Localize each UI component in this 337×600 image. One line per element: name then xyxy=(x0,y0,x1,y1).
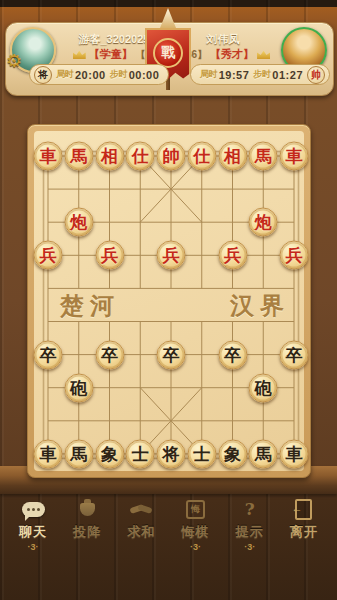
game-time-label: 局时 xyxy=(56,68,74,81)
right-step-time: 01:27 xyxy=(272,69,303,81)
piece-black-advisor[interactable]: 士 xyxy=(187,439,216,468)
chat-bubble-icon xyxy=(22,502,45,517)
piece-black-soldier[interactable]: 卒 xyxy=(280,340,309,369)
piece-black-cannon[interactable]: 砲 xyxy=(64,373,93,402)
black-general-seat-icon: 将 xyxy=(34,66,52,84)
piece-red-chariot[interactable]: 車 xyxy=(34,142,63,171)
piece-black-soldier[interactable]: 卒 xyxy=(218,340,247,369)
piece-red-elephant[interactable]: 相 xyxy=(218,142,247,171)
piece-black-soldier[interactable]: 卒 xyxy=(95,340,124,369)
piece-red-chariot[interactable]: 車 xyxy=(280,142,309,171)
piece-red-soldier[interactable]: 兵 xyxy=(34,241,63,270)
settings-gear-icon[interactable]: ⚙ xyxy=(6,52,22,70)
piece-black-cannon[interactable]: 砲 xyxy=(249,373,278,402)
piece-black-advisor[interactable]: 士 xyxy=(126,439,155,468)
surrender-icon xyxy=(80,503,95,516)
chat-badge: ·3· xyxy=(28,542,39,553)
piece-black-soldier[interactable]: 卒 xyxy=(157,340,186,369)
piece-red-soldier[interactable]: 兵 xyxy=(157,241,186,270)
bottom-toolbar: 聊天 ·3· 投降 求和 悔 悔棋 ·3· ? 提示 ·3· ← 离开 xyxy=(0,497,337,553)
piece-black-horse[interactable]: 馬 xyxy=(64,439,93,468)
piece-red-elephant[interactable]: 相 xyxy=(95,142,124,171)
board-play-area[interactable]: 楚河 汉界 車馬相仕帥仕相馬車炮炮兵兵兵兵兵卒卒卒卒卒砲砲車馬象士将士象馬車 xyxy=(34,131,304,471)
piece-red-cannon[interactable]: 炮 xyxy=(64,208,93,237)
piece-red-horse[interactable]: 馬 xyxy=(64,142,93,171)
question-mark-icon: ? xyxy=(245,499,255,519)
piece-red-soldier[interactable]: 兵 xyxy=(218,241,247,270)
crown-icon xyxy=(257,50,270,59)
piece-red-horse[interactable]: 馬 xyxy=(249,142,278,171)
undo-tile-icon: 悔 xyxy=(186,500,205,519)
river-label-han: 汉界 xyxy=(230,290,290,322)
piece-black-horse[interactable]: 馬 xyxy=(249,439,278,468)
piece-red-advisor[interactable]: 仕 xyxy=(126,142,155,171)
step-time-label: 步时 xyxy=(110,68,128,81)
left-player-rank: 【学童】 xyxy=(89,47,133,62)
piece-black-chariot[interactable]: 車 xyxy=(280,439,309,468)
left-game-time: 20:00 xyxy=(75,69,106,81)
left-step-time: 00:00 xyxy=(129,69,160,81)
draw-offer-button[interactable]: 求和 xyxy=(116,497,166,553)
chat-button[interactable]: 聊天 ·3· xyxy=(8,497,58,553)
exit-arrow-icon: ← xyxy=(291,503,302,514)
handshake-icon xyxy=(130,502,152,516)
exit-door-icon: ← xyxy=(295,499,312,520)
piece-black-general[interactable]: 将 xyxy=(157,439,186,468)
right-player-rank: 【秀才】 xyxy=(210,47,254,62)
right-timer: 局时 19:57 步时 01:27 帅 xyxy=(190,64,330,85)
piece-red-advisor[interactable]: 仕 xyxy=(187,142,216,171)
step-time-label: 步时 xyxy=(253,68,271,81)
xiangqi-board[interactable]: 楚河 汉界 車馬相仕帥仕相馬車炮炮兵兵兵兵兵卒卒卒卒卒砲砲車馬象士将士象馬車 xyxy=(27,124,311,478)
left-timer: 将 局时 20:00 步时 00:00 xyxy=(29,64,169,85)
hint-badge: ·3· xyxy=(244,542,255,553)
piece-black-elephant[interactable]: 象 xyxy=(218,439,247,468)
crown-icon xyxy=(73,50,86,59)
game-time-label: 局时 xyxy=(200,68,218,81)
xiangqi-app: 游客_32020259 【学童】 【1】 刘伟凤 【36】 【秀才】 ⚙ 戰 将… xyxy=(0,0,337,600)
piece-red-general[interactable]: 帥 xyxy=(157,142,186,171)
piece-black-elephant[interactable]: 象 xyxy=(95,439,124,468)
undo-badge: ·3· xyxy=(190,542,201,553)
hint-button[interactable]: ? 提示 ·3· xyxy=(225,497,275,553)
piece-red-soldier[interactable]: 兵 xyxy=(95,241,124,270)
banner-spear-tip-icon xyxy=(160,8,176,28)
river-label-chu: 楚河 xyxy=(60,290,120,322)
undo-move-button[interactable]: 悔 悔棋 ·3· xyxy=(171,497,221,553)
piece-red-cannon[interactable]: 炮 xyxy=(249,208,278,237)
leave-button[interactable]: ← 离开 xyxy=(279,497,329,553)
red-general-seat-icon: 帅 xyxy=(307,66,325,84)
right-game-time: 19:57 xyxy=(219,69,250,81)
surrender-button[interactable]: 投降 xyxy=(62,497,112,553)
piece-black-chariot[interactable]: 車 xyxy=(34,439,63,468)
piece-black-soldier[interactable]: 卒 xyxy=(34,340,63,369)
piece-red-soldier[interactable]: 兵 xyxy=(280,241,309,270)
